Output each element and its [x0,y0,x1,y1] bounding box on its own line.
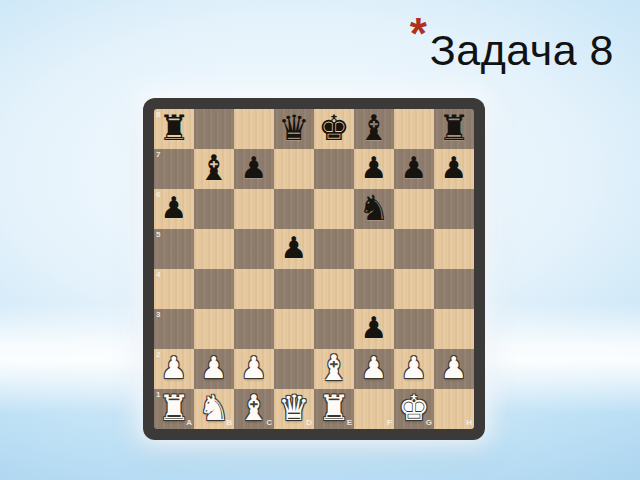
square-g7: ♟ [394,149,434,189]
piece-black-pawn: ♟ [361,153,388,183]
coord-rank-8: 8 [156,111,160,119]
square-d1: D♛ [274,389,314,429]
piece-black-pawn: ♟ [401,153,428,183]
piece-black-pawn: ♟ [361,313,388,343]
square-g6 [394,189,434,229]
square-b6 [194,189,234,229]
square-c3 [234,309,274,349]
square-c4 [234,269,274,309]
square-f6: ♞ [354,189,394,229]
square-h2: ♟ [434,349,474,389]
square-d6 [274,189,314,229]
slide-title-text: Задача 8 [430,26,614,74]
square-b4 [194,269,234,309]
coord-file-e: E [347,419,352,427]
chess-board-frame: 8♜♛♚♝♜7♝♟♟♟♟6♟♞5♟43♟2♟♟♟♝♟♟♟1A♜B♞C♝D♛E♜F… [143,98,485,440]
square-c1: C♝ [234,389,274,429]
coord-rank-4: 4 [156,271,160,279]
square-f2: ♟ [354,349,394,389]
coord-rank-2: 2 [156,351,160,359]
square-g2: ♟ [394,349,434,389]
square-c8 [234,109,274,149]
piece-white-bishop: ♝ [238,391,269,426]
coord-rank-3: 3 [156,311,160,319]
square-a5: 5 [154,229,194,269]
square-f5 [354,229,394,269]
piece-white-rook: ♜ [158,391,189,426]
piece-black-knight: ♞ [358,191,389,226]
square-b2: ♟ [194,349,234,389]
square-a1: 1A♜ [154,389,194,429]
square-d5: ♟ [274,229,314,269]
slide-title: *Задача 8 [410,12,614,75]
square-f8: ♝ [354,109,394,149]
square-f7: ♟ [354,149,394,189]
square-c7: ♟ [234,149,274,189]
square-e4 [314,269,354,309]
square-b3 [194,309,234,349]
square-h8: ♜ [434,109,474,149]
square-a6: 6♟ [154,189,194,229]
piece-black-queen: ♛ [278,111,309,146]
coord-rank-6: 6 [156,191,160,199]
square-d7 [274,149,314,189]
square-f4 [354,269,394,309]
square-a7: 7 [154,149,194,189]
square-a3: 3 [154,309,194,349]
coord-rank-1: 1 [156,391,160,399]
square-g4 [394,269,434,309]
piece-white-pawn: ♟ [441,353,468,383]
square-f1: F [354,389,394,429]
piece-white-queen: ♛ [278,391,309,426]
square-e7 [314,149,354,189]
square-d4 [274,269,314,309]
piece-white-pawn: ♟ [401,353,428,383]
piece-white-pawn: ♟ [241,353,268,383]
piece-black-king: ♚ [318,111,349,146]
presentation-slide: *Задача 8 8♜♛♚♝♜7♝♟♟♟♟6♟♞5♟43♟2♟♟♟♝♟♟♟1A… [0,0,640,480]
square-h4 [434,269,474,309]
square-b1: B♞ [194,389,234,429]
coord-file-a: A [186,419,192,427]
piece-black-rook: ♜ [158,111,189,146]
piece-black-pawn: ♟ [161,193,188,223]
square-g5 [394,229,434,269]
square-d2 [274,349,314,389]
coord-file-g: G [426,419,432,427]
coord-rank-5: 5 [156,231,160,239]
square-e8: ♚ [314,109,354,149]
square-c2: ♟ [234,349,274,389]
coord-file-f: F [387,419,392,427]
square-f3: ♟ [354,309,394,349]
square-g1: G♚ [394,389,434,429]
square-h7: ♟ [434,149,474,189]
piece-white-knight: ♞ [198,391,229,426]
piece-black-pawn: ♟ [441,153,468,183]
square-h6 [434,189,474,229]
piece-white-pawn: ♟ [161,353,188,383]
square-h1: H [434,389,474,429]
coord-file-b: B [226,419,232,427]
coord-file-c: C [266,419,272,427]
square-c5 [234,229,274,269]
square-a2: 2♟ [154,349,194,389]
piece-white-pawn: ♟ [361,353,388,383]
square-h3 [434,309,474,349]
bullet-asterisk: * [410,12,427,56]
piece-black-bishop: ♝ [358,111,389,146]
piece-white-bishop: ♝ [318,351,349,386]
square-e6 [314,189,354,229]
square-g3 [394,309,434,349]
square-e1: E♜ [314,389,354,429]
piece-black-rook: ♜ [438,111,469,146]
coord-file-h: H [466,419,472,427]
piece-white-rook: ♜ [318,391,349,426]
square-c6 [234,189,274,229]
square-h5 [434,229,474,269]
square-e5 [314,229,354,269]
piece-white-pawn: ♟ [201,353,228,383]
square-e3 [314,309,354,349]
square-a8: 8♜ [154,109,194,149]
piece-black-pawn: ♟ [281,233,308,263]
square-b7: ♝ [194,149,234,189]
square-a4: 4 [154,269,194,309]
square-g8 [394,109,434,149]
coord-file-d: D [306,419,312,427]
square-d3 [274,309,314,349]
square-b8 [194,109,234,149]
square-b5 [194,229,234,269]
square-d8: ♛ [274,109,314,149]
coord-rank-7: 7 [156,151,160,159]
piece-black-pawn: ♟ [241,153,268,183]
square-e2: ♝ [314,349,354,389]
chess-board: 8♜♛♚♝♜7♝♟♟♟♟6♟♞5♟43♟2♟♟♟♝♟♟♟1A♜B♞C♝D♛E♜F… [154,109,474,429]
piece-black-bishop: ♝ [198,151,229,186]
